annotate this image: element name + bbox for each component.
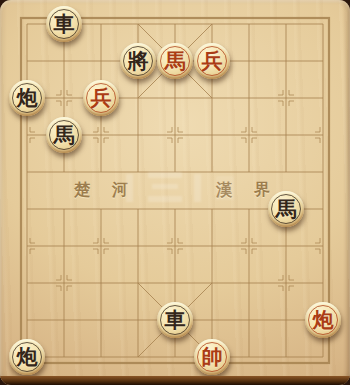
piece-black-cannon-1[interactable]: 炮 (9, 80, 45, 116)
river-label-han-jie: 漢 界 (207, 180, 279, 201)
piece-glyph: 帥 (202, 346, 223, 367)
piece-black-horse-2[interactable]: 馬 (268, 191, 304, 227)
piece-black-chariot-2[interactable]: 車 (157, 302, 193, 338)
piece-red-soldier-1[interactable]: 兵 (194, 43, 230, 79)
piece-glyph: 車 (54, 13, 75, 34)
piece-glyph: 馬 (165, 50, 186, 71)
piece-glyph: 炮 (313, 309, 334, 330)
piece-black-horse-1[interactable]: 馬 (46, 117, 82, 153)
piece-black-cannon-2[interactable]: 炮 (9, 339, 45, 375)
xiangqi-board[interactable]: 楚 河 漢 界 車將馬兵炮兵馬馬車炮炮帥 (0, 0, 350, 385)
piece-glyph: 車 (165, 309, 186, 330)
piece-red-soldier-2[interactable]: 兵 (83, 80, 119, 116)
piece-red-general[interactable]: 帥 (194, 339, 230, 375)
piece-black-chariot-1[interactable]: 車 (46, 6, 82, 42)
piece-glyph: 馬 (276, 198, 297, 219)
piece-glyph: 將 (128, 50, 149, 71)
piece-glyph: 馬 (54, 124, 75, 145)
piece-red-horse[interactable]: 馬 (157, 43, 193, 79)
river-label-chu-he: 楚 河 (65, 180, 137, 201)
piece-glyph: 炮 (17, 87, 38, 108)
piece-glyph: 兵 (91, 87, 112, 108)
board-front-edge (0, 376, 350, 385)
piece-glyph: 兵 (202, 50, 223, 71)
piece-black-general[interactable]: 將 (120, 43, 156, 79)
piece-glyph: 炮 (17, 346, 38, 367)
piece-red-cannon[interactable]: 炮 (305, 302, 341, 338)
